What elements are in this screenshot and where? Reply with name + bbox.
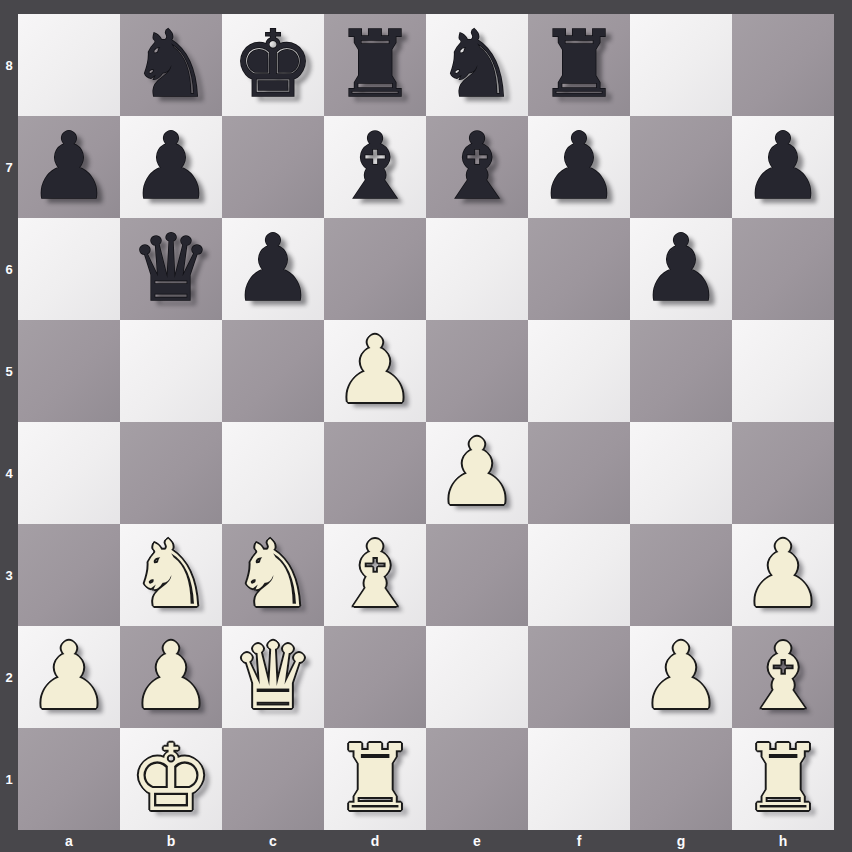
piece-white-king[interactable]: ♚ bbox=[130, 728, 212, 830]
piece-white-knight[interactable]: ♞ bbox=[130, 524, 212, 626]
square-e1[interactable] bbox=[426, 728, 528, 830]
piece-white-pawn[interactable]: ♟ bbox=[436, 422, 518, 524]
file-label-e: e bbox=[426, 830, 528, 852]
square-c8[interactable]: ♚ bbox=[222, 14, 324, 116]
piece-white-rook[interactable]: ♜ bbox=[742, 728, 824, 830]
rank-label-6: 6 bbox=[0, 218, 18, 320]
square-g5[interactable] bbox=[630, 320, 732, 422]
square-g8[interactable] bbox=[630, 14, 732, 116]
square-f2[interactable] bbox=[528, 626, 630, 728]
square-e6[interactable] bbox=[426, 218, 528, 320]
file-label-c: c bbox=[222, 830, 324, 852]
square-f3[interactable] bbox=[528, 524, 630, 626]
square-f5[interactable] bbox=[528, 320, 630, 422]
file-label-f: f bbox=[528, 830, 630, 852]
piece-black-rook[interactable]: ♜ bbox=[538, 14, 620, 116]
piece-white-pawn[interactable]: ♟ bbox=[130, 626, 212, 728]
square-h1[interactable]: ♜ bbox=[732, 728, 834, 830]
chess-board: ♞♚♜♞♜♟♟♝♝♟♟♛♟♟♟♟♞♞♝♟♟♟♛♟♝♚♜♜ bbox=[18, 14, 834, 830]
square-g3[interactable] bbox=[630, 524, 732, 626]
square-b1[interactable]: ♚ bbox=[120, 728, 222, 830]
piece-white-pawn[interactable]: ♟ bbox=[742, 524, 824, 626]
piece-black-pawn[interactable]: ♟ bbox=[742, 116, 824, 218]
square-e5[interactable] bbox=[426, 320, 528, 422]
piece-black-queen[interactable]: ♛ bbox=[130, 218, 212, 320]
square-d7[interactable]: ♝ bbox=[324, 116, 426, 218]
rank-label-8: 8 bbox=[0, 14, 18, 116]
square-a1[interactable] bbox=[18, 728, 120, 830]
square-g2[interactable]: ♟ bbox=[630, 626, 732, 728]
square-b5[interactable] bbox=[120, 320, 222, 422]
square-h8[interactable] bbox=[732, 14, 834, 116]
square-g4[interactable] bbox=[630, 422, 732, 524]
square-b2[interactable]: ♟ bbox=[120, 626, 222, 728]
square-d4[interactable] bbox=[324, 422, 426, 524]
square-c6[interactable]: ♟ bbox=[222, 218, 324, 320]
file-label-d: d bbox=[324, 830, 426, 852]
square-e8[interactable]: ♞ bbox=[426, 14, 528, 116]
square-d2[interactable] bbox=[324, 626, 426, 728]
square-f1[interactable] bbox=[528, 728, 630, 830]
square-b7[interactable]: ♟ bbox=[120, 116, 222, 218]
file-label-a: a bbox=[18, 830, 120, 852]
square-f4[interactable] bbox=[528, 422, 630, 524]
piece-white-queen[interactable]: ♛ bbox=[232, 626, 314, 728]
board-frame: ♞♚♜♞♜♟♟♝♝♟♟♛♟♟♟♟♞♞♝♟♟♟♛♟♝♚♜♜ 87654321abc… bbox=[0, 0, 852, 852]
square-g6[interactable]: ♟ bbox=[630, 218, 732, 320]
piece-black-knight[interactable]: ♞ bbox=[436, 14, 518, 116]
square-e3[interactable] bbox=[426, 524, 528, 626]
square-a8[interactable] bbox=[18, 14, 120, 116]
square-h6[interactable] bbox=[732, 218, 834, 320]
square-b4[interactable] bbox=[120, 422, 222, 524]
piece-black-pawn[interactable]: ♟ bbox=[538, 116, 620, 218]
square-e4[interactable]: ♟ bbox=[426, 422, 528, 524]
piece-black-king[interactable]: ♚ bbox=[232, 14, 314, 116]
square-h5[interactable] bbox=[732, 320, 834, 422]
square-b6[interactable]: ♛ bbox=[120, 218, 222, 320]
rank-label-4: 4 bbox=[0, 422, 18, 524]
piece-black-pawn[interactable]: ♟ bbox=[130, 116, 212, 218]
square-c5[interactable] bbox=[222, 320, 324, 422]
square-c2[interactable]: ♛ bbox=[222, 626, 324, 728]
piece-white-bishop[interactable]: ♝ bbox=[742, 626, 824, 728]
square-g7[interactable] bbox=[630, 116, 732, 218]
file-label-h: h bbox=[732, 830, 834, 852]
square-d6[interactable] bbox=[324, 218, 426, 320]
square-f7[interactable]: ♟ bbox=[528, 116, 630, 218]
piece-white-bishop[interactable]: ♝ bbox=[334, 524, 416, 626]
square-c4[interactable] bbox=[222, 422, 324, 524]
piece-white-pawn[interactable]: ♟ bbox=[28, 626, 110, 728]
piece-white-rook[interactable]: ♜ bbox=[334, 728, 416, 830]
square-a3[interactable] bbox=[18, 524, 120, 626]
square-a2[interactable]: ♟ bbox=[18, 626, 120, 728]
square-f6[interactable] bbox=[528, 218, 630, 320]
piece-black-pawn[interactable]: ♟ bbox=[28, 116, 110, 218]
square-a5[interactable] bbox=[18, 320, 120, 422]
square-h4[interactable] bbox=[732, 422, 834, 524]
piece-black-pawn[interactable]: ♟ bbox=[232, 218, 314, 320]
piece-black-bishop[interactable]: ♝ bbox=[334, 116, 416, 218]
square-h3[interactable]: ♟ bbox=[732, 524, 834, 626]
square-d8[interactable]: ♜ bbox=[324, 14, 426, 116]
rank-label-1: 1 bbox=[0, 728, 18, 830]
square-d5[interactable]: ♟ bbox=[324, 320, 426, 422]
rank-label-5: 5 bbox=[0, 320, 18, 422]
rank-label-2: 2 bbox=[0, 626, 18, 728]
square-c3[interactable]: ♞ bbox=[222, 524, 324, 626]
square-h2[interactable]: ♝ bbox=[732, 626, 834, 728]
file-label-b: b bbox=[120, 830, 222, 852]
piece-black-bishop[interactable]: ♝ bbox=[436, 116, 518, 218]
piece-black-rook[interactable]: ♜ bbox=[334, 14, 416, 116]
square-c7[interactable] bbox=[222, 116, 324, 218]
piece-white-pawn[interactable]: ♟ bbox=[640, 626, 722, 728]
square-a7[interactable]: ♟ bbox=[18, 116, 120, 218]
square-a6[interactable] bbox=[18, 218, 120, 320]
square-f8[interactable]: ♜ bbox=[528, 14, 630, 116]
square-d1[interactable]: ♜ bbox=[324, 728, 426, 830]
piece-black-knight[interactable]: ♞ bbox=[130, 14, 212, 116]
square-h7[interactable]: ♟ bbox=[732, 116, 834, 218]
square-g1[interactable] bbox=[630, 728, 732, 830]
square-d3[interactable]: ♝ bbox=[324, 524, 426, 626]
square-b8[interactable]: ♞ bbox=[120, 14, 222, 116]
square-a4[interactable] bbox=[18, 422, 120, 524]
rank-label-3: 3 bbox=[0, 524, 18, 626]
piece-white-pawn[interactable]: ♟ bbox=[334, 320, 416, 422]
square-b3[interactable]: ♞ bbox=[120, 524, 222, 626]
file-label-g: g bbox=[630, 830, 732, 852]
rank-label-7: 7 bbox=[0, 116, 18, 218]
square-c1[interactable] bbox=[222, 728, 324, 830]
square-e7[interactable]: ♝ bbox=[426, 116, 528, 218]
square-e2[interactable] bbox=[426, 626, 528, 728]
piece-white-knight[interactable]: ♞ bbox=[232, 524, 314, 626]
piece-black-pawn[interactable]: ♟ bbox=[640, 218, 722, 320]
